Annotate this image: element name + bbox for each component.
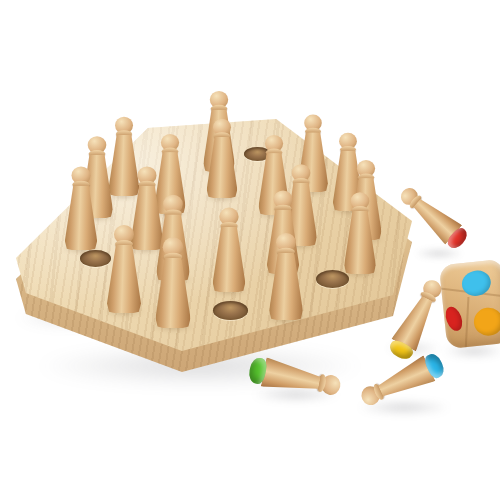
die-face-red — [443, 304, 466, 333]
die-face-orange — [473, 306, 500, 337]
die-edge-crease — [465, 297, 470, 349]
peg-body — [261, 357, 323, 397]
standing-peg[interactable] — [212, 208, 247, 292]
standing-peg[interactable] — [206, 119, 238, 198]
standing-peg[interactable] — [106, 225, 142, 313]
board-hole[interactable] — [213, 301, 248, 320]
standing-peg[interactable] — [154, 237, 191, 328]
color-die[interactable] — [439, 259, 500, 349]
product-photo-stage — [0, 0, 500, 500]
peg-body — [155, 258, 190, 328]
ground-shadow — [443, 345, 500, 357]
peg-body — [207, 137, 238, 198]
standing-peg[interactable] — [343, 192, 376, 274]
peg-body — [269, 253, 303, 320]
standing-peg[interactable] — [64, 166, 98, 250]
standing-peg[interactable] — [268, 233, 304, 320]
peg-body — [65, 185, 97, 250]
peg-body — [344, 211, 376, 274]
peg-body — [213, 227, 246, 292]
peg-body — [107, 245, 141, 313]
